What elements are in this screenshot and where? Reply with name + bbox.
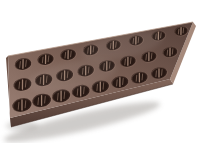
product-photo	[0, 0, 200, 143]
mold-photo-canvas	[0, 0, 200, 143]
